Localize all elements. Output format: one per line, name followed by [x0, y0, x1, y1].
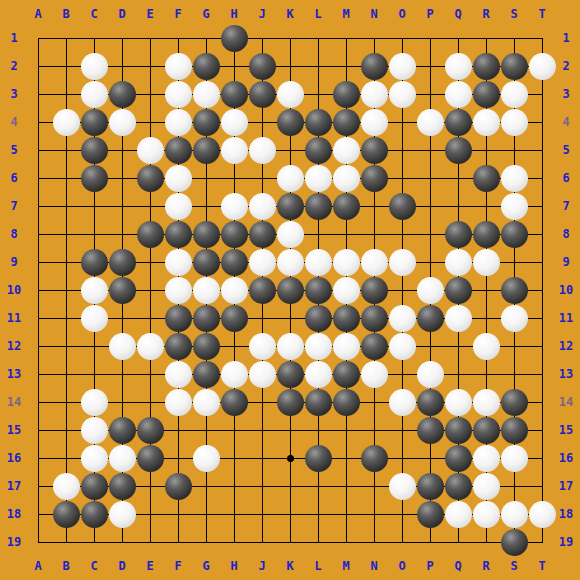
- intersection-A8[interactable]: [24, 220, 52, 248]
- intersection-M10[interactable]: [332, 276, 360, 304]
- intersection-H11[interactable]: [220, 304, 248, 332]
- intersection-D4[interactable]: [108, 108, 136, 136]
- intersection-O11[interactable]: [388, 304, 416, 332]
- intersection-H3[interactable]: [220, 80, 248, 108]
- intersection-N7[interactable]: [360, 192, 388, 220]
- intersection-R19[interactable]: [472, 528, 500, 556]
- intersection-T9[interactable]: [528, 248, 556, 276]
- intersection-E19[interactable]: [136, 528, 164, 556]
- intersection-S12[interactable]: [500, 332, 528, 360]
- intersection-N19[interactable]: [360, 528, 388, 556]
- intersection-O1[interactable]: [388, 24, 416, 52]
- intersection-P15[interactable]: [416, 416, 444, 444]
- intersection-Q7[interactable]: [444, 192, 472, 220]
- intersection-H7[interactable]: [220, 192, 248, 220]
- intersection-N13[interactable]: [360, 360, 388, 388]
- intersection-B18[interactable]: [52, 500, 80, 528]
- intersection-K15[interactable]: [276, 416, 304, 444]
- intersection-N1[interactable]: [360, 24, 388, 52]
- intersection-L2[interactable]: [304, 52, 332, 80]
- intersection-D14[interactable]: [108, 388, 136, 416]
- intersection-M9[interactable]: [332, 248, 360, 276]
- intersection-J12[interactable]: [248, 332, 276, 360]
- intersection-J10[interactable]: [248, 276, 276, 304]
- intersection-T8[interactable]: [528, 220, 556, 248]
- intersection-L17[interactable]: [304, 472, 332, 500]
- intersection-F8[interactable]: [164, 220, 192, 248]
- intersection-R16[interactable]: [472, 444, 500, 472]
- intersection-H12[interactable]: [220, 332, 248, 360]
- intersection-N4[interactable]: [360, 108, 388, 136]
- intersection-F17[interactable]: [164, 472, 192, 500]
- intersection-H8[interactable]: [220, 220, 248, 248]
- intersection-N9[interactable]: [360, 248, 388, 276]
- intersection-G13[interactable]: [192, 360, 220, 388]
- intersection-J16[interactable]: [248, 444, 276, 472]
- intersection-Q13[interactable]: [444, 360, 472, 388]
- intersection-P11[interactable]: [416, 304, 444, 332]
- intersection-S7[interactable]: [500, 192, 528, 220]
- intersection-P3[interactable]: [416, 80, 444, 108]
- intersection-C7[interactable]: [80, 192, 108, 220]
- intersection-O16[interactable]: [388, 444, 416, 472]
- intersection-J7[interactable]: [248, 192, 276, 220]
- intersection-O14[interactable]: [388, 388, 416, 416]
- intersection-D9[interactable]: [108, 248, 136, 276]
- intersection-L1[interactable]: [304, 24, 332, 52]
- intersection-D1[interactable]: [108, 24, 136, 52]
- intersection-A2[interactable]: [24, 52, 52, 80]
- intersection-K7[interactable]: [276, 192, 304, 220]
- intersection-O18[interactable]: [388, 500, 416, 528]
- intersection-N16[interactable]: [360, 444, 388, 472]
- intersection-P1[interactable]: [416, 24, 444, 52]
- intersection-E3[interactable]: [136, 80, 164, 108]
- intersection-O13[interactable]: [388, 360, 416, 388]
- intersection-N11[interactable]: [360, 304, 388, 332]
- intersection-S13[interactable]: [500, 360, 528, 388]
- intersection-M19[interactable]: [332, 528, 360, 556]
- intersection-S9[interactable]: [500, 248, 528, 276]
- intersection-M13[interactable]: [332, 360, 360, 388]
- intersection-C19[interactable]: [80, 528, 108, 556]
- intersection-Q12[interactable]: [444, 332, 472, 360]
- intersection-T11[interactable]: [528, 304, 556, 332]
- intersection-Q4[interactable]: [444, 108, 472, 136]
- intersection-J15[interactable]: [248, 416, 276, 444]
- intersection-C10[interactable]: [80, 276, 108, 304]
- intersection-A9[interactable]: [24, 248, 52, 276]
- intersection-B9[interactable]: [52, 248, 80, 276]
- intersection-E9[interactable]: [136, 248, 164, 276]
- intersection-B11[interactable]: [52, 304, 80, 332]
- intersection-D16[interactable]: [108, 444, 136, 472]
- intersection-T12[interactable]: [528, 332, 556, 360]
- intersection-S8[interactable]: [500, 220, 528, 248]
- intersection-A17[interactable]: [24, 472, 52, 500]
- intersection-H13[interactable]: [220, 360, 248, 388]
- intersection-P14[interactable]: [416, 388, 444, 416]
- intersection-K9[interactable]: [276, 248, 304, 276]
- intersection-N6[interactable]: [360, 164, 388, 192]
- intersection-K13[interactable]: [276, 360, 304, 388]
- intersection-R6[interactable]: [472, 164, 500, 192]
- intersection-M11[interactable]: [332, 304, 360, 332]
- intersection-R18[interactable]: [472, 500, 500, 528]
- intersection-Q1[interactable]: [444, 24, 472, 52]
- intersection-G17[interactable]: [192, 472, 220, 500]
- intersection-C6[interactable]: [80, 164, 108, 192]
- intersection-K12[interactable]: [276, 332, 304, 360]
- intersection-N2[interactable]: [360, 52, 388, 80]
- intersection-C5[interactable]: [80, 136, 108, 164]
- intersection-M1[interactable]: [332, 24, 360, 52]
- intersection-J9[interactable]: [248, 248, 276, 276]
- intersection-M5[interactable]: [332, 136, 360, 164]
- intersection-E7[interactable]: [136, 192, 164, 220]
- intersection-M3[interactable]: [332, 80, 360, 108]
- intersection-G12[interactable]: [192, 332, 220, 360]
- intersection-D17[interactable]: [108, 472, 136, 500]
- intersection-T10[interactable]: [528, 276, 556, 304]
- intersection-T5[interactable]: [528, 136, 556, 164]
- intersection-G8[interactable]: [192, 220, 220, 248]
- intersection-R4[interactable]: [472, 108, 500, 136]
- intersection-J14[interactable]: [248, 388, 276, 416]
- intersection-B7[interactable]: [52, 192, 80, 220]
- intersection-L4[interactable]: [304, 108, 332, 136]
- intersection-S14[interactable]: [500, 388, 528, 416]
- intersection-A18[interactable]: [24, 500, 52, 528]
- intersection-R9[interactable]: [472, 248, 500, 276]
- intersection-Q15[interactable]: [444, 416, 472, 444]
- intersection-P12[interactable]: [416, 332, 444, 360]
- intersection-B1[interactable]: [52, 24, 80, 52]
- intersection-N17[interactable]: [360, 472, 388, 500]
- intersection-F7[interactable]: [164, 192, 192, 220]
- intersection-O6[interactable]: [388, 164, 416, 192]
- intersection-S10[interactable]: [500, 276, 528, 304]
- intersection-A6[interactable]: [24, 164, 52, 192]
- intersection-P2[interactable]: [416, 52, 444, 80]
- intersection-C9[interactable]: [80, 248, 108, 276]
- intersection-B14[interactable]: [52, 388, 80, 416]
- intersection-N15[interactable]: [360, 416, 388, 444]
- intersection-H19[interactable]: [220, 528, 248, 556]
- intersection-M7[interactable]: [332, 192, 360, 220]
- intersection-A13[interactable]: [24, 360, 52, 388]
- intersection-A3[interactable]: [24, 80, 52, 108]
- intersection-S3[interactable]: [500, 80, 528, 108]
- intersection-G18[interactable]: [192, 500, 220, 528]
- intersection-G4[interactable]: [192, 108, 220, 136]
- intersection-L7[interactable]: [304, 192, 332, 220]
- intersection-S6[interactable]: [500, 164, 528, 192]
- intersection-P13[interactable]: [416, 360, 444, 388]
- intersection-D18[interactable]: [108, 500, 136, 528]
- intersection-C11[interactable]: [80, 304, 108, 332]
- intersection-L10[interactable]: [304, 276, 332, 304]
- intersection-T7[interactable]: [528, 192, 556, 220]
- intersection-S16[interactable]: [500, 444, 528, 472]
- intersection-Q3[interactable]: [444, 80, 472, 108]
- intersection-G10[interactable]: [192, 276, 220, 304]
- intersection-L16[interactable]: [304, 444, 332, 472]
- intersection-E18[interactable]: [136, 500, 164, 528]
- intersection-O9[interactable]: [388, 248, 416, 276]
- intersection-P19[interactable]: [416, 528, 444, 556]
- intersection-O4[interactable]: [388, 108, 416, 136]
- intersection-K5[interactable]: [276, 136, 304, 164]
- intersection-C17[interactable]: [80, 472, 108, 500]
- intersection-M8[interactable]: [332, 220, 360, 248]
- intersection-B15[interactable]: [52, 416, 80, 444]
- intersection-C18[interactable]: [80, 500, 108, 528]
- intersection-T6[interactable]: [528, 164, 556, 192]
- intersection-H16[interactable]: [220, 444, 248, 472]
- intersection-N18[interactable]: [360, 500, 388, 528]
- intersection-J5[interactable]: [248, 136, 276, 164]
- intersection-P18[interactable]: [416, 500, 444, 528]
- intersection-J17[interactable]: [248, 472, 276, 500]
- intersection-R13[interactable]: [472, 360, 500, 388]
- intersection-P16[interactable]: [416, 444, 444, 472]
- intersection-G9[interactable]: [192, 248, 220, 276]
- intersection-O8[interactable]: [388, 220, 416, 248]
- intersection-H15[interactable]: [220, 416, 248, 444]
- intersection-M18[interactable]: [332, 500, 360, 528]
- intersection-G15[interactable]: [192, 416, 220, 444]
- intersection-A15[interactable]: [24, 416, 52, 444]
- intersection-E14[interactable]: [136, 388, 164, 416]
- intersection-L3[interactable]: [304, 80, 332, 108]
- intersection-J3[interactable]: [248, 80, 276, 108]
- intersection-G6[interactable]: [192, 164, 220, 192]
- intersection-F16[interactable]: [164, 444, 192, 472]
- intersection-N5[interactable]: [360, 136, 388, 164]
- intersection-K1[interactable]: [276, 24, 304, 52]
- intersection-B2[interactable]: [52, 52, 80, 80]
- intersection-Q17[interactable]: [444, 472, 472, 500]
- intersection-R5[interactable]: [472, 136, 500, 164]
- intersection-E2[interactable]: [136, 52, 164, 80]
- intersection-K8[interactable]: [276, 220, 304, 248]
- intersection-G19[interactable]: [192, 528, 220, 556]
- intersection-C15[interactable]: [80, 416, 108, 444]
- intersection-J6[interactable]: [248, 164, 276, 192]
- intersection-S17[interactable]: [500, 472, 528, 500]
- intersection-B19[interactable]: [52, 528, 80, 556]
- intersection-J19[interactable]: [248, 528, 276, 556]
- intersection-A1[interactable]: [24, 24, 52, 52]
- intersection-L8[interactable]: [304, 220, 332, 248]
- intersection-F4[interactable]: [164, 108, 192, 136]
- intersection-C12[interactable]: [80, 332, 108, 360]
- intersection-P8[interactable]: [416, 220, 444, 248]
- intersection-D15[interactable]: [108, 416, 136, 444]
- intersection-F14[interactable]: [164, 388, 192, 416]
- intersection-E5[interactable]: [136, 136, 164, 164]
- intersection-E4[interactable]: [136, 108, 164, 136]
- intersection-T3[interactable]: [528, 80, 556, 108]
- intersection-T19[interactable]: [528, 528, 556, 556]
- intersection-G11[interactable]: [192, 304, 220, 332]
- intersection-P5[interactable]: [416, 136, 444, 164]
- intersection-D10[interactable]: [108, 276, 136, 304]
- intersection-C4[interactable]: [80, 108, 108, 136]
- intersection-E6[interactable]: [136, 164, 164, 192]
- intersection-L5[interactable]: [304, 136, 332, 164]
- intersection-D2[interactable]: [108, 52, 136, 80]
- intersection-N12[interactable]: [360, 332, 388, 360]
- intersection-F2[interactable]: [164, 52, 192, 80]
- intersection-D13[interactable]: [108, 360, 136, 388]
- intersection-O7[interactable]: [388, 192, 416, 220]
- intersection-G1[interactable]: [192, 24, 220, 52]
- intersection-F1[interactable]: [164, 24, 192, 52]
- intersection-S18[interactable]: [500, 500, 528, 528]
- intersection-D6[interactable]: [108, 164, 136, 192]
- intersection-L14[interactable]: [304, 388, 332, 416]
- intersection-H9[interactable]: [220, 248, 248, 276]
- intersection-O19[interactable]: [388, 528, 416, 556]
- intersection-D3[interactable]: [108, 80, 136, 108]
- intersection-H4[interactable]: [220, 108, 248, 136]
- intersection-T18[interactable]: [528, 500, 556, 528]
- intersection-Q6[interactable]: [444, 164, 472, 192]
- intersection-F11[interactable]: [164, 304, 192, 332]
- intersection-P4[interactable]: [416, 108, 444, 136]
- intersection-J2[interactable]: [248, 52, 276, 80]
- intersection-H1[interactable]: [220, 24, 248, 52]
- intersection-L12[interactable]: [304, 332, 332, 360]
- intersection-T2[interactable]: [528, 52, 556, 80]
- intersection-S15[interactable]: [500, 416, 528, 444]
- intersection-F10[interactable]: [164, 276, 192, 304]
- intersection-O15[interactable]: [388, 416, 416, 444]
- intersection-P7[interactable]: [416, 192, 444, 220]
- intersection-E10[interactable]: [136, 276, 164, 304]
- intersection-T1[interactable]: [528, 24, 556, 52]
- intersection-M17[interactable]: [332, 472, 360, 500]
- intersection-R12[interactable]: [472, 332, 500, 360]
- intersection-Q10[interactable]: [444, 276, 472, 304]
- intersection-M12[interactable]: [332, 332, 360, 360]
- intersection-G5[interactable]: [192, 136, 220, 164]
- intersection-M16[interactable]: [332, 444, 360, 472]
- intersection-L11[interactable]: [304, 304, 332, 332]
- intersection-J18[interactable]: [248, 500, 276, 528]
- intersection-Q5[interactable]: [444, 136, 472, 164]
- intersection-G16[interactable]: [192, 444, 220, 472]
- intersection-R2[interactable]: [472, 52, 500, 80]
- intersection-A19[interactable]: [24, 528, 52, 556]
- intersection-H2[interactable]: [220, 52, 248, 80]
- intersection-K19[interactable]: [276, 528, 304, 556]
- intersection-K18[interactable]: [276, 500, 304, 528]
- intersection-N8[interactable]: [360, 220, 388, 248]
- intersection-R11[interactable]: [472, 304, 500, 332]
- intersection-K4[interactable]: [276, 108, 304, 136]
- intersection-O17[interactable]: [388, 472, 416, 500]
- intersection-F18[interactable]: [164, 500, 192, 528]
- intersection-B17[interactable]: [52, 472, 80, 500]
- intersection-T4[interactable]: [528, 108, 556, 136]
- intersection-J4[interactable]: [248, 108, 276, 136]
- intersection-K17[interactable]: [276, 472, 304, 500]
- intersection-B10[interactable]: [52, 276, 80, 304]
- intersection-K11[interactable]: [276, 304, 304, 332]
- intersection-J13[interactable]: [248, 360, 276, 388]
- intersection-M15[interactable]: [332, 416, 360, 444]
- intersection-G3[interactable]: [192, 80, 220, 108]
- intersection-C1[interactable]: [80, 24, 108, 52]
- intersection-L19[interactable]: [304, 528, 332, 556]
- intersection-Q9[interactable]: [444, 248, 472, 276]
- intersection-S11[interactable]: [500, 304, 528, 332]
- intersection-J8[interactable]: [248, 220, 276, 248]
- intersection-P6[interactable]: [416, 164, 444, 192]
- intersection-R7[interactable]: [472, 192, 500, 220]
- intersection-M4[interactable]: [332, 108, 360, 136]
- intersection-E17[interactable]: [136, 472, 164, 500]
- intersection-T15[interactable]: [528, 416, 556, 444]
- intersection-F15[interactable]: [164, 416, 192, 444]
- intersection-L13[interactable]: [304, 360, 332, 388]
- intersection-A4[interactable]: [24, 108, 52, 136]
- intersection-K3[interactable]: [276, 80, 304, 108]
- intersection-S2[interactable]: [500, 52, 528, 80]
- intersection-B6[interactable]: [52, 164, 80, 192]
- intersection-Q18[interactable]: [444, 500, 472, 528]
- intersection-T17[interactable]: [528, 472, 556, 500]
- intersection-R1[interactable]: [472, 24, 500, 52]
- intersection-K2[interactable]: [276, 52, 304, 80]
- intersection-Q16[interactable]: [444, 444, 472, 472]
- intersection-C14[interactable]: [80, 388, 108, 416]
- intersection-F6[interactable]: [164, 164, 192, 192]
- intersection-E1[interactable]: [136, 24, 164, 52]
- intersection-A16[interactable]: [24, 444, 52, 472]
- intersection-H10[interactable]: [220, 276, 248, 304]
- intersection-B12[interactable]: [52, 332, 80, 360]
- intersection-L6[interactable]: [304, 164, 332, 192]
- intersection-N10[interactable]: [360, 276, 388, 304]
- intersection-O3[interactable]: [388, 80, 416, 108]
- intersection-R3[interactable]: [472, 80, 500, 108]
- intersection-A11[interactable]: [24, 304, 52, 332]
- intersection-K10[interactable]: [276, 276, 304, 304]
- intersection-O12[interactable]: [388, 332, 416, 360]
- intersection-T14[interactable]: [528, 388, 556, 416]
- intersection-A7[interactable]: [24, 192, 52, 220]
- intersection-J1[interactable]: [248, 24, 276, 52]
- intersection-R15[interactable]: [472, 416, 500, 444]
- intersection-Q8[interactable]: [444, 220, 472, 248]
- intersection-E16[interactable]: [136, 444, 164, 472]
- intersection-L9[interactable]: [304, 248, 332, 276]
- intersection-G7[interactable]: [192, 192, 220, 220]
- intersection-M2[interactable]: [332, 52, 360, 80]
- intersection-C16[interactable]: [80, 444, 108, 472]
- intersection-N14[interactable]: [360, 388, 388, 416]
- intersection-R17[interactable]: [472, 472, 500, 500]
- intersection-M6[interactable]: [332, 164, 360, 192]
- intersection-E12[interactable]: [136, 332, 164, 360]
- intersection-M14[interactable]: [332, 388, 360, 416]
- intersection-C3[interactable]: [80, 80, 108, 108]
- intersection-H5[interactable]: [220, 136, 248, 164]
